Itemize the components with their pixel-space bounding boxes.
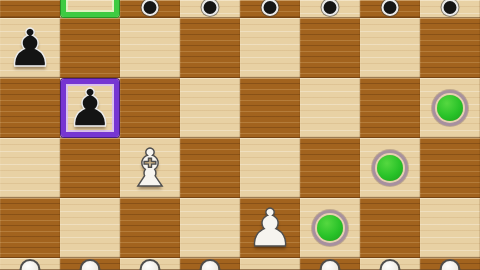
square-e3[interactable]: ♟ — [240, 198, 300, 258]
square-surface-a4 — [0, 138, 60, 198]
square-surface-g4 — [360, 138, 420, 198]
square-a6[interactable]: ♟ — [0, 18, 60, 78]
square-surface-e4 — [240, 138, 300, 198]
square-surface-b6 — [60, 18, 120, 78]
square-b6[interactable] — [60, 18, 120, 78]
black-pawn[interactable]: ♟ — [60, 78, 120, 138]
square-surface-c4: ♝ — [120, 138, 180, 198]
square-surface-h5 — [420, 78, 480, 138]
square-g7[interactable] — [360, 0, 420, 18]
white-pawn-partial[interactable] — [20, 259, 41, 270]
square-surface-a6: ♟ — [0, 18, 60, 78]
square-surface-b7 — [60, 0, 120, 18]
square-surface-g6 — [360, 18, 420, 78]
square-f7[interactable] — [300, 0, 360, 18]
square-b5[interactable]: ♟ — [60, 78, 120, 138]
square-f5[interactable] — [300, 78, 360, 138]
square-surface-e7 — [240, 0, 300, 18]
black-pawn-partial[interactable] — [142, 0, 159, 16]
square-c2[interactable] — [120, 258, 180, 270]
square-a4[interactable] — [0, 138, 60, 198]
square-surface-a5 — [0, 78, 60, 138]
legal-move-dot[interactable] — [317, 215, 343, 241]
square-surface-g5 — [360, 78, 420, 138]
square-a2[interactable] — [0, 258, 60, 270]
square-surface-a3 — [0, 198, 60, 258]
white-pawn-partial[interactable] — [380, 259, 401, 270]
square-c4[interactable]: ♝ — [120, 138, 180, 198]
square-b2[interactable] — [60, 258, 120, 270]
square-surface-c6 — [120, 18, 180, 78]
square-surface-g3 — [360, 198, 420, 258]
square-surface-e3: ♟ — [240, 198, 300, 258]
square-surface-d4 — [180, 138, 240, 198]
square-surface-f4 — [300, 138, 360, 198]
square-surface-h3 — [420, 198, 480, 258]
black-pawn-partial[interactable] — [322, 0, 339, 16]
square-a7[interactable] — [0, 0, 60, 18]
square-e4[interactable] — [240, 138, 300, 198]
square-g5[interactable] — [360, 78, 420, 138]
legal-move-dot[interactable] — [437, 95, 463, 121]
square-f3[interactable] — [300, 198, 360, 258]
square-b3[interactable] — [60, 198, 120, 258]
square-surface-f7 — [300, 0, 360, 18]
square-e7[interactable] — [240, 0, 300, 18]
square-c3[interactable] — [120, 198, 180, 258]
square-d3[interactable] — [180, 198, 240, 258]
square-d5[interactable] — [180, 78, 240, 138]
white-pawn-partial[interactable] — [440, 259, 461, 270]
square-surface-c3 — [120, 198, 180, 258]
white-pawn[interactable]: ♟ — [240, 198, 300, 258]
square-surface-f3 — [300, 198, 360, 258]
square-surface-a2 — [0, 258, 60, 270]
square-h6[interactable] — [420, 18, 480, 78]
black-pawn[interactable]: ♟ — [0, 18, 60, 78]
square-d7[interactable] — [180, 0, 240, 18]
square-surface-f2 — [300, 258, 360, 270]
square-e5[interactable] — [240, 78, 300, 138]
square-surface-d3 — [180, 198, 240, 258]
square-g2[interactable] — [360, 258, 420, 270]
square-a3[interactable] — [0, 198, 60, 258]
square-g3[interactable] — [360, 198, 420, 258]
square-g6[interactable] — [360, 18, 420, 78]
square-surface-d7 — [180, 0, 240, 18]
square-surface-f5 — [300, 78, 360, 138]
square-h5[interactable] — [420, 78, 480, 138]
square-h3[interactable] — [420, 198, 480, 258]
square-h7[interactable] — [420, 0, 480, 18]
white-pawn-partial[interactable] — [80, 259, 101, 270]
square-surface-f6 — [300, 18, 360, 78]
square-a5[interactable] — [0, 78, 60, 138]
square-c5[interactable] — [120, 78, 180, 138]
square-f6[interactable] — [300, 18, 360, 78]
square-surface-g2 — [360, 258, 420, 270]
square-surface-a7 — [0, 0, 60, 18]
square-surface-b4 — [60, 138, 120, 198]
square-surface-g7 — [360, 0, 420, 18]
black-pawn-partial[interactable] — [202, 0, 219, 16]
black-pawn-partial[interactable] — [262, 0, 279, 16]
square-surface-c5 — [120, 78, 180, 138]
square-surface-h2 — [420, 258, 480, 270]
square-f4[interactable] — [300, 138, 360, 198]
square-g4[interactable] — [360, 138, 420, 198]
square-surface-d6 — [180, 18, 240, 78]
square-c6[interactable] — [120, 18, 180, 78]
legal-move-dot[interactable] — [377, 155, 403, 181]
square-h4[interactable] — [420, 138, 480, 198]
white-pawn-partial[interactable] — [200, 259, 221, 270]
square-c7[interactable] — [120, 0, 180, 18]
square-f2[interactable] — [300, 258, 360, 270]
square-surface-h7 — [420, 0, 480, 18]
square-surface-b5: ♟ — [60, 78, 120, 138]
square-d6[interactable] — [180, 18, 240, 78]
square-surface-e6 — [240, 18, 300, 78]
square-surface-e2 — [240, 258, 300, 270]
square-surface-h4 — [420, 138, 480, 198]
square-b4[interactable] — [60, 138, 120, 198]
square-d4[interactable] — [180, 138, 240, 198]
square-surface-b2 — [60, 258, 120, 270]
square-surface-d5 — [180, 78, 240, 138]
square-e6[interactable] — [240, 18, 300, 78]
square-surface-e5 — [240, 78, 300, 138]
black-pawn-partial[interactable] — [442, 0, 459, 16]
chess-app-viewport: ♟♟♝♟ — [0, 0, 480, 270]
square-surface-c2 — [120, 258, 180, 270]
square-surface-d2 — [180, 258, 240, 270]
square-surface-c7 — [120, 0, 180, 18]
square-surface-b3 — [60, 198, 120, 258]
white-bishop[interactable]: ♝ — [120, 138, 180, 198]
square-h2[interactable] — [420, 258, 480, 270]
square-surface-h6 — [420, 18, 480, 78]
white-pawn-partial[interactable] — [140, 259, 161, 270]
square-b7[interactable] — [60, 0, 120, 18]
move-from-highlight — [61, 0, 119, 17]
square-e2[interactable] — [240, 258, 300, 270]
black-pawn-partial[interactable] — [382, 0, 399, 16]
chess-board: ♟♟♝♟ — [0, 0, 480, 270]
square-d2[interactable] — [180, 258, 240, 270]
white-pawn-partial[interactable] — [320, 259, 341, 270]
